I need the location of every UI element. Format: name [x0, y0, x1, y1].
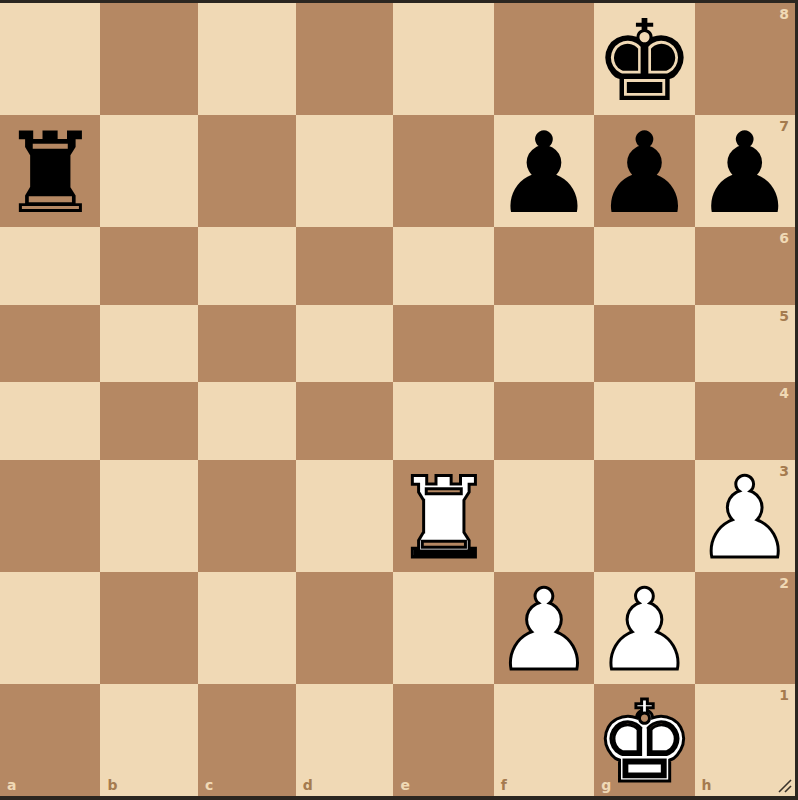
resize-grip-icon[interactable]	[777, 778, 793, 794]
square-d1[interactable]: d	[296, 684, 394, 796]
white-rook[interactable]: ♜	[393, 462, 493, 574]
square-h4[interactable]: 4	[695, 382, 795, 460]
square-b3[interactable]	[100, 460, 198, 572]
square-h2[interactable]: 2	[695, 572, 795, 684]
white-king[interactable]: ♚	[594, 686, 694, 798]
square-e1[interactable]: e	[393, 684, 493, 796]
square-a8[interactable]	[0, 3, 100, 115]
square-b6[interactable]	[100, 227, 198, 305]
file-label-c: c	[205, 778, 213, 792]
square-a1[interactable]: a	[0, 684, 100, 796]
square-d8[interactable]	[296, 3, 394, 115]
file-label-d: d	[303, 778, 313, 792]
square-g7[interactable]: ♟	[594, 115, 694, 227]
square-g3[interactable]	[594, 460, 694, 572]
chess-board: ♚8♜♟♟♟7654♜♟3♟♟2abcdef♚g1h	[0, 3, 795, 796]
square-f6[interactable]	[494, 227, 594, 305]
rank-label-1: 1	[779, 688, 789, 702]
square-e8[interactable]	[393, 3, 493, 115]
square-g4[interactable]	[594, 382, 694, 460]
square-h7[interactable]: ♟7	[695, 115, 795, 227]
black-pawn[interactable]: ♟	[594, 117, 694, 229]
file-label-b: b	[107, 778, 117, 792]
square-e7[interactable]	[393, 115, 493, 227]
square-c1[interactable]: c	[198, 684, 296, 796]
white-pawn[interactable]: ♟	[494, 574, 594, 686]
board-frame: ♚8♜♟♟♟7654♜♟3♟♟2abcdef♚g1h	[0, 0, 798, 800]
square-e6[interactable]	[393, 227, 493, 305]
square-d6[interactable]	[296, 227, 394, 305]
square-f3[interactable]	[494, 460, 594, 572]
square-b8[interactable]	[100, 3, 198, 115]
square-g8[interactable]: ♚	[594, 3, 694, 115]
file-label-e: e	[400, 778, 410, 792]
square-h1[interactable]: 1h	[695, 684, 795, 796]
black-king[interactable]: ♚	[594, 5, 694, 117]
rank-label-8: 8	[779, 7, 789, 21]
square-c3[interactable]	[198, 460, 296, 572]
square-a6[interactable]	[0, 227, 100, 305]
file-label-f: f	[501, 778, 507, 792]
square-b7[interactable]	[100, 115, 198, 227]
square-g6[interactable]	[594, 227, 694, 305]
square-c6[interactable]	[198, 227, 296, 305]
square-e4[interactable]	[393, 382, 493, 460]
square-c4[interactable]	[198, 382, 296, 460]
file-label-h: h	[702, 778, 712, 792]
rank-label-6: 6	[779, 231, 789, 245]
square-b4[interactable]	[100, 382, 198, 460]
square-e5[interactable]	[393, 305, 493, 383]
white-pawn[interactable]: ♟	[695, 462, 795, 574]
square-d2[interactable]	[296, 572, 394, 684]
square-a3[interactable]	[0, 460, 100, 572]
square-c5[interactable]	[198, 305, 296, 383]
square-c8[interactable]	[198, 3, 296, 115]
square-b1[interactable]: b	[100, 684, 198, 796]
square-b5[interactable]	[100, 305, 198, 383]
square-f4[interactable]	[494, 382, 594, 460]
square-f2[interactable]: ♟	[494, 572, 594, 684]
square-a4[interactable]	[0, 382, 100, 460]
square-b2[interactable]	[100, 572, 198, 684]
square-h5[interactable]: 5	[695, 305, 795, 383]
square-a2[interactable]	[0, 572, 100, 684]
black-pawn[interactable]: ♟	[494, 117, 594, 229]
square-c7[interactable]	[198, 115, 296, 227]
square-e2[interactable]	[393, 572, 493, 684]
black-rook[interactable]: ♜	[0, 117, 100, 229]
square-g2[interactable]: ♟	[594, 572, 694, 684]
square-d3[interactable]	[296, 460, 394, 572]
square-a7[interactable]: ♜	[0, 115, 100, 227]
square-h8[interactable]: 8	[695, 3, 795, 115]
square-h6[interactable]: 6	[695, 227, 795, 305]
rank-label-5: 5	[779, 309, 789, 323]
square-d7[interactable]	[296, 115, 394, 227]
black-pawn[interactable]: ♟	[695, 117, 795, 229]
file-label-a: a	[7, 778, 16, 792]
square-c2[interactable]	[198, 572, 296, 684]
square-f1[interactable]: f	[494, 684, 594, 796]
square-h3[interactable]: ♟3	[695, 460, 795, 572]
rank-label-4: 4	[779, 386, 789, 400]
square-f8[interactable]	[494, 3, 594, 115]
square-e3[interactable]: ♜	[393, 460, 493, 572]
square-f5[interactable]	[494, 305, 594, 383]
square-d5[interactable]	[296, 305, 394, 383]
white-pawn[interactable]: ♟	[594, 574, 694, 686]
square-a5[interactable]	[0, 305, 100, 383]
square-g5[interactable]	[594, 305, 694, 383]
square-g1[interactable]: ♚g	[594, 684, 694, 796]
rank-label-2: 2	[779, 576, 789, 590]
square-f7[interactable]: ♟	[494, 115, 594, 227]
square-d4[interactable]	[296, 382, 394, 460]
